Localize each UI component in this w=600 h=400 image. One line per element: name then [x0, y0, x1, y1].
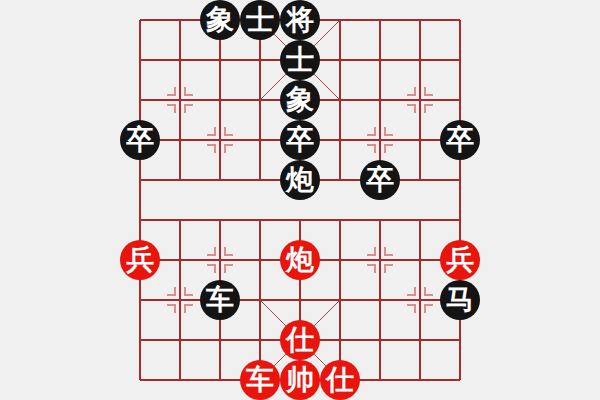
- black-advisor[interactable]: 士: [280, 40, 320, 80]
- black-elephant[interactable]: 象: [280, 80, 320, 120]
- black-cannon[interactable]: 炮: [280, 160, 320, 200]
- black-horse[interactable]: 马: [440, 280, 480, 320]
- black-advisor[interactable]: 士: [240, 0, 280, 40]
- red-soldier[interactable]: 兵: [440, 240, 480, 280]
- black-soldier[interactable]: 卒: [360, 160, 400, 200]
- red-cannon[interactable]: 炮: [280, 240, 320, 280]
- xiangqi-board: 象士将士象卒卒卒炮卒兵炮兵车马仕车帅仕: [0, 0, 600, 400]
- red-advisor[interactable]: 仕: [280, 320, 320, 360]
- red-advisor[interactable]: 仕: [320, 360, 360, 400]
- black-soldier[interactable]: 卒: [280, 120, 320, 160]
- black-chariot[interactable]: 车: [200, 280, 240, 320]
- pieces-layer: 象士将士象卒卒卒炮卒兵炮兵车马仕车帅仕: [0, 0, 600, 400]
- red-soldier[interactable]: 兵: [120, 240, 160, 280]
- red-chariot[interactable]: 车: [240, 360, 280, 400]
- black-elephant[interactable]: 象: [200, 0, 240, 40]
- red-general[interactable]: 帅: [280, 360, 320, 400]
- black-general[interactable]: 将: [280, 0, 320, 40]
- black-soldier[interactable]: 卒: [120, 120, 160, 160]
- black-soldier[interactable]: 卒: [440, 120, 480, 160]
